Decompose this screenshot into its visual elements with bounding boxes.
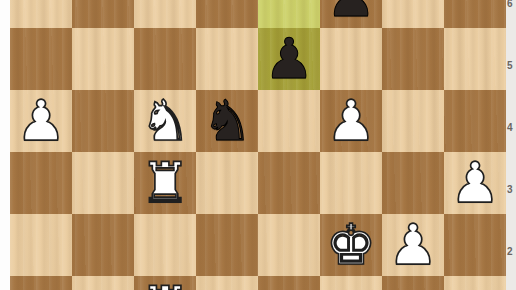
square-h2[interactable] (444, 214, 506, 276)
square-a6[interactable] (10, 0, 72, 28)
black-pawn[interactable]: ♟ (258, 28, 320, 90)
page: ♟♟♟♞♞♟♜♟♚♟♜ 65432 (0, 0, 516, 290)
square-f4[interactable]: ♟ (320, 90, 382, 152)
square-e2[interactable] (258, 214, 320, 276)
square-h6[interactable] (444, 0, 506, 28)
square-b2[interactable] (72, 214, 134, 276)
white-pawn[interactable]: ♟ (444, 152, 506, 214)
square-a5[interactable] (10, 28, 72, 90)
square-g1[interactable] (382, 276, 444, 290)
square-h5[interactable] (444, 28, 506, 90)
square-c3[interactable]: ♜ (134, 152, 196, 214)
rank-label-6: 6 (507, 0, 516, 9)
square-f3[interactable] (320, 152, 382, 214)
square-d1[interactable] (196, 276, 258, 290)
chess-board[interactable]: ♟♟♟♞♞♟♜♟♚♟♜ (10, 0, 506, 290)
black-pawn[interactable]: ♟ (320, 0, 382, 28)
square-a1[interactable] (10, 276, 72, 290)
square-b6[interactable] (72, 0, 134, 28)
square-h4[interactable] (444, 90, 506, 152)
square-b4[interactable] (72, 90, 134, 152)
rank-label-3: 3 (507, 184, 516, 195)
square-e5[interactable]: ♟ (258, 28, 320, 90)
black-knight[interactable]: ♞ (196, 90, 258, 152)
square-e3[interactable] (258, 152, 320, 214)
square-g4[interactable] (382, 90, 444, 152)
square-a3[interactable] (10, 152, 72, 214)
square-c5[interactable] (134, 28, 196, 90)
white-pawn[interactable]: ♟ (320, 90, 382, 152)
left-margin (0, 0, 10, 290)
square-f1[interactable] (320, 276, 382, 290)
square-c2[interactable] (134, 214, 196, 276)
square-f2[interactable]: ♚ (320, 214, 382, 276)
square-c4[interactable]: ♞ (134, 90, 196, 152)
square-b5[interactable] (72, 28, 134, 90)
square-h3[interactable]: ♟ (444, 152, 506, 214)
square-g3[interactable] (382, 152, 444, 214)
square-d5[interactable] (196, 28, 258, 90)
white-rook[interactable]: ♜ (134, 276, 196, 290)
square-d4[interactable]: ♞ (196, 90, 258, 152)
square-d6[interactable] (196, 0, 258, 28)
coordinate-strip: 65432 (506, 0, 516, 290)
rank-label-5: 5 (507, 60, 516, 71)
square-b1[interactable] (72, 276, 134, 290)
square-f6[interactable]: ♟ (320, 0, 382, 28)
square-g5[interactable] (382, 28, 444, 90)
square-f5[interactable] (320, 28, 382, 90)
white-pawn[interactable]: ♟ (10, 90, 72, 152)
square-e4[interactable] (258, 90, 320, 152)
white-king[interactable]: ♚ (320, 214, 382, 276)
square-h1[interactable] (444, 276, 506, 290)
square-c1[interactable]: ♜ (134, 276, 196, 290)
square-g6[interactable] (382, 0, 444, 28)
square-a4[interactable]: ♟ (10, 90, 72, 152)
square-g2[interactable]: ♟ (382, 214, 444, 276)
square-a2[interactable] (10, 214, 72, 276)
square-b3[interactable] (72, 152, 134, 214)
square-d3[interactable] (196, 152, 258, 214)
rank-label-4: 4 (507, 122, 516, 133)
white-pawn[interactable]: ♟ (382, 214, 444, 276)
square-e6[interactable] (258, 0, 320, 28)
square-e1[interactable] (258, 276, 320, 290)
square-d2[interactable] (196, 214, 258, 276)
white-rook[interactable]: ♜ (134, 152, 196, 214)
white-knight[interactable]: ♞ (134, 90, 196, 152)
square-c6[interactable] (134, 0, 196, 28)
rank-label-2: 2 (507, 246, 516, 257)
